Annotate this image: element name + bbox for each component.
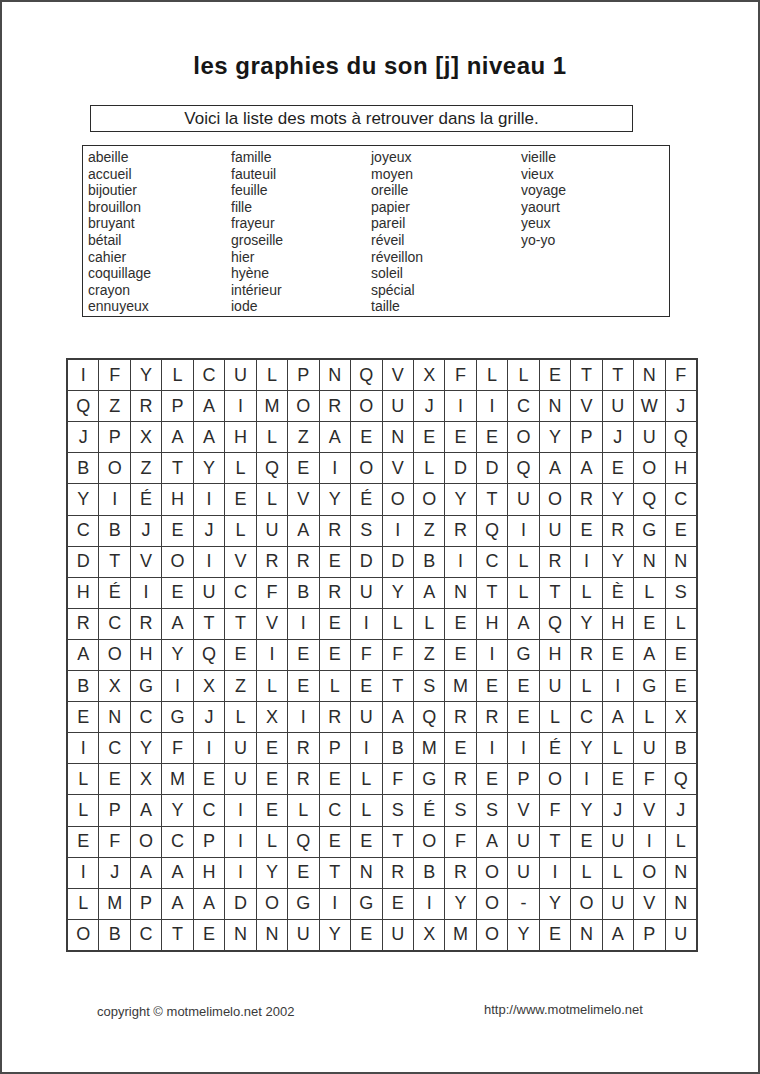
grid-cell-r15c18[interactable]: J <box>603 795 633 825</box>
grid-cell-r8c16[interactable]: T <box>540 578 570 608</box>
grid-cell-r12c19[interactable]: L <box>634 702 664 732</box>
grid-cell-r18c7[interactable]: O <box>257 889 287 919</box>
grid-cell-r16c10[interactable]: E <box>351 827 381 857</box>
grid-cell-r10c10[interactable]: F <box>351 640 381 670</box>
grid-cell-r15c2[interactable]: P <box>99 795 129 825</box>
grid-cell-r5c16[interactable]: O <box>540 484 570 514</box>
grid-cell-r2c6[interactable]: I <box>225 391 255 421</box>
grid-cell-r11c13[interactable]: M <box>445 671 475 701</box>
grid-cell-r4c5[interactable]: Y <box>194 453 224 483</box>
grid-cell-r12c8[interactable]: I <box>288 702 318 732</box>
grid-cell-r3c19[interactable]: U <box>634 422 664 452</box>
grid-cell-r2c4[interactable]: P <box>162 391 192 421</box>
grid-cell-r17c12[interactable]: B <box>414 858 444 888</box>
grid-cell-r1c14[interactable]: L <box>477 360 507 390</box>
grid-cell-r2c13[interactable]: I <box>445 391 475 421</box>
grid-cell-r3c10[interactable]: E <box>351 422 381 452</box>
grid-cell-r19c2[interactable]: B <box>99 920 129 950</box>
grid-cell-r10c11[interactable]: F <box>383 640 413 670</box>
grid-cell-r1c12[interactable]: X <box>414 360 444 390</box>
grid-cell-r5c2[interactable]: I <box>99 484 129 514</box>
grid-cell-r16c3[interactable]: O <box>131 827 161 857</box>
grid-cell-r13c5[interactable]: I <box>194 733 224 763</box>
grid-cell-r18c14[interactable]: O <box>477 889 507 919</box>
grid-cell-r17c9[interactable]: T <box>320 858 350 888</box>
grid-cell-r12c20[interactable]: X <box>666 702 696 732</box>
grid-cell-r1c9[interactable]: N <box>320 360 350 390</box>
grid-cell-r2c11[interactable]: U <box>383 391 413 421</box>
grid-cell-r13c15[interactable]: I <box>508 733 538 763</box>
grid-cell-r9c14[interactable]: H <box>477 609 507 639</box>
grid-cell-r14c7[interactable]: E <box>257 764 287 794</box>
grid-cell-r19c6[interactable]: N <box>225 920 255 950</box>
grid-cell-r1c7[interactable]: L <box>257 360 287 390</box>
grid-cell-r17c6[interactable]: I <box>225 858 255 888</box>
grid-cell-r18c19[interactable]: V <box>634 889 664 919</box>
grid-cell-r16c17[interactable]: E <box>571 827 601 857</box>
grid-cell-r14c10[interactable]: L <box>351 764 381 794</box>
grid-cell-r4c20[interactable]: H <box>666 453 696 483</box>
grid-cell-r4c3[interactable]: Z <box>131 453 161 483</box>
grid-cell-r3c18[interactable]: J <box>603 422 633 452</box>
grid-cell-r4c4[interactable]: T <box>162 453 192 483</box>
grid-cell-r11c1[interactable]: B <box>68 671 98 701</box>
grid-cell-r2c1[interactable]: Q <box>68 391 98 421</box>
grid-cell-r9c15[interactable]: A <box>508 609 538 639</box>
grid-cell-r6c11[interactable]: I <box>383 516 413 546</box>
grid-cell-r10c12[interactable]: Z <box>414 640 444 670</box>
grid-cell-r18c3[interactable]: P <box>131 889 161 919</box>
grid-cell-r4c2[interactable]: O <box>99 453 129 483</box>
grid-cell-r12c4[interactable]: G <box>162 702 192 732</box>
grid-cell-r9c5[interactable]: T <box>194 609 224 639</box>
grid-cell-r4c18[interactable]: E <box>603 453 633 483</box>
grid-cell-r5c17[interactable]: R <box>571 484 601 514</box>
grid-cell-r15c4[interactable]: Y <box>162 795 192 825</box>
grid-cell-r10c4[interactable]: Y <box>162 640 192 670</box>
grid-cell-r3c13[interactable]: E <box>445 422 475 452</box>
grid-cell-r7c17[interactable]: I <box>571 547 601 577</box>
grid-cell-r12c18[interactable]: A <box>603 702 633 732</box>
grid-cell-r3c14[interactable]: E <box>477 422 507 452</box>
grid-cell-r11c10[interactable]: E <box>351 671 381 701</box>
grid-cell-r8c17[interactable]: L <box>571 578 601 608</box>
grid-cell-r17c17[interactable]: L <box>571 858 601 888</box>
grid-cell-r5c20[interactable]: C <box>666 484 696 514</box>
grid-cell-r3c1[interactable]: J <box>68 422 98 452</box>
grid-cell-r19c17[interactable]: N <box>571 920 601 950</box>
grid-cell-r11c9[interactable]: L <box>320 671 350 701</box>
grid-cell-r5c5[interactable]: I <box>194 484 224 514</box>
grid-cell-r10c14[interactable]: I <box>477 640 507 670</box>
grid-cell-r9c18[interactable]: H <box>603 609 633 639</box>
grid-cell-r18c11[interactable]: E <box>383 889 413 919</box>
grid-cell-r15c10[interactable]: L <box>351 795 381 825</box>
grid-cell-r7c4[interactable]: O <box>162 547 192 577</box>
grid-cell-r4c11[interactable]: V <box>383 453 413 483</box>
grid-cell-r11c6[interactable]: Z <box>225 671 255 701</box>
grid-cell-r13c20[interactable]: B <box>666 733 696 763</box>
grid-cell-r11c11[interactable]: T <box>383 671 413 701</box>
grid-cell-r14c8[interactable]: R <box>288 764 318 794</box>
grid-cell-r11c4[interactable]: I <box>162 671 192 701</box>
grid-cell-r9c7[interactable]: V <box>257 609 287 639</box>
grid-cell-r17c2[interactable]: J <box>99 858 129 888</box>
grid-cell-r18c4[interactable]: A <box>162 889 192 919</box>
grid-cell-r11c12[interactable]: S <box>414 671 444 701</box>
grid-cell-r1c19[interactable]: N <box>634 360 664 390</box>
grid-cell-r9c20[interactable]: L <box>666 609 696 639</box>
grid-cell-r9c3[interactable]: R <box>131 609 161 639</box>
grid-cell-r15c12[interactable]: É <box>414 795 444 825</box>
grid-cell-r11c7[interactable]: L <box>257 671 287 701</box>
grid-cell-r15c6[interactable]: I <box>225 795 255 825</box>
grid-cell-r10c3[interactable]: H <box>131 640 161 670</box>
grid-cell-r2c7[interactable]: M <box>257 391 287 421</box>
grid-cell-r5c1[interactable]: Y <box>68 484 98 514</box>
grid-cell-r3c9[interactable]: A <box>320 422 350 452</box>
grid-cell-r6c16[interactable]: U <box>540 516 570 546</box>
grid-cell-r4c15[interactable]: Q <box>508 453 538 483</box>
grid-cell-r17c13[interactable]: R <box>445 858 475 888</box>
grid-cell-r7c18[interactable]: Y <box>603 547 633 577</box>
grid-cell-r19c15[interactable]: Y <box>508 920 538 950</box>
grid-cell-r19c19[interactable]: P <box>634 920 664 950</box>
grid-cell-r18c18[interactable]: U <box>603 889 633 919</box>
grid-cell-r4c10[interactable]: O <box>351 453 381 483</box>
grid-cell-r19c13[interactable]: M <box>445 920 475 950</box>
grid-cell-r1c11[interactable]: V <box>383 360 413 390</box>
grid-cell-r18c13[interactable]: Y <box>445 889 475 919</box>
grid-cell-r8c7[interactable]: F <box>257 578 287 608</box>
grid-cell-r3c3[interactable]: X <box>131 422 161 452</box>
grid-cell-r8c5[interactable]: U <box>194 578 224 608</box>
grid-cell-r1c2[interactable]: F <box>99 360 129 390</box>
grid-cell-r15c11[interactable]: S <box>383 795 413 825</box>
grid-cell-r9c4[interactable]: A <box>162 609 192 639</box>
grid-cell-r6c4[interactable]: E <box>162 516 192 546</box>
grid-cell-r8c2[interactable]: É <box>99 578 129 608</box>
grid-cell-r9c17[interactable]: Y <box>571 609 601 639</box>
grid-cell-r10c7[interactable]: I <box>257 640 287 670</box>
grid-cell-r10c8[interactable]: E <box>288 640 318 670</box>
grid-cell-r16c18[interactable]: U <box>603 827 633 857</box>
grid-cell-r8c10[interactable]: U <box>351 578 381 608</box>
grid-cell-r9c13[interactable]: E <box>445 609 475 639</box>
grid-cell-r9c1[interactable]: R <box>68 609 98 639</box>
grid-cell-r6c1[interactable]: C <box>68 516 98 546</box>
grid-cell-r10c9[interactable]: E <box>320 640 350 670</box>
grid-cell-r2c18[interactable]: U <box>603 391 633 421</box>
grid-cell-r19c11[interactable]: U <box>383 920 413 950</box>
grid-cell-r13c14[interactable]: I <box>477 733 507 763</box>
grid-cell-r3c4[interactable]: A <box>162 422 192 452</box>
grid-cell-r1c3[interactable]: Y <box>131 360 161 390</box>
grid-cell-r7c7[interactable]: R <box>257 547 287 577</box>
grid-cell-r1c5[interactable]: C <box>194 360 224 390</box>
grid-cell-r12c17[interactable]: C <box>571 702 601 732</box>
grid-cell-r14c17[interactable]: I <box>571 764 601 794</box>
grid-cell-r7c13[interactable]: I <box>445 547 475 577</box>
grid-cell-r14c4[interactable]: M <box>162 764 192 794</box>
grid-cell-r8c15[interactable]: L <box>508 578 538 608</box>
grid-cell-r9c2[interactable]: C <box>99 609 129 639</box>
grid-cell-r14c12[interactable]: G <box>414 764 444 794</box>
grid-cell-r12c9[interactable]: R <box>320 702 350 732</box>
grid-cell-r5c8[interactable]: V <box>288 484 318 514</box>
grid-cell-r8c19[interactable]: L <box>634 578 664 608</box>
grid-cell-r3c8[interactable]: Z <box>288 422 318 452</box>
grid-cell-r9c19[interactable]: E <box>634 609 664 639</box>
grid-cell-r10c2[interactable]: O <box>99 640 129 670</box>
grid-cell-r5c19[interactable]: Q <box>634 484 664 514</box>
grid-cell-r12c5[interactable]: J <box>194 702 224 732</box>
grid-cell-r4c7[interactable]: Q <box>257 453 287 483</box>
grid-cell-r2c2[interactable]: Z <box>99 391 129 421</box>
grid-cell-r18c2[interactable]: M <box>99 889 129 919</box>
grid-cell-r7c10[interactable]: D <box>351 547 381 577</box>
grid-cell-r13c7[interactable]: E <box>257 733 287 763</box>
grid-cell-r11c16[interactable]: U <box>540 671 570 701</box>
grid-cell-r19c20[interactable]: U <box>666 920 696 950</box>
grid-cell-r4c9[interactable]: I <box>320 453 350 483</box>
grid-cell-r13c10[interactable]: I <box>351 733 381 763</box>
grid-cell-r17c16[interactable]: I <box>540 858 570 888</box>
grid-cell-r4c13[interactable]: D <box>445 453 475 483</box>
grid-cell-r11c19[interactable]: G <box>634 671 664 701</box>
grid-cell-r6c5[interactable]: J <box>194 516 224 546</box>
grid-cell-r12c16[interactable]: L <box>540 702 570 732</box>
grid-cell-r14c5[interactable]: E <box>194 764 224 794</box>
grid-cell-r4c6[interactable]: L <box>225 453 255 483</box>
grid-cell-r6c14[interactable]: Q <box>477 516 507 546</box>
grid-cell-r13c13[interactable]: E <box>445 733 475 763</box>
grid-cell-r8c4[interactable]: E <box>162 578 192 608</box>
grid-cell-r14c2[interactable]: E <box>99 764 129 794</box>
grid-cell-r4c8[interactable]: E <box>288 453 318 483</box>
grid-cell-r4c14[interactable]: D <box>477 453 507 483</box>
grid-cell-r5c14[interactable]: T <box>477 484 507 514</box>
grid-cell-r2c8[interactable]: O <box>288 391 318 421</box>
grid-cell-r14c19[interactable]: F <box>634 764 664 794</box>
grid-cell-r3c11[interactable]: N <box>383 422 413 452</box>
grid-cell-r6c19[interactable]: G <box>634 516 664 546</box>
grid-cell-r19c5[interactable]: E <box>194 920 224 950</box>
grid-cell-r15c13[interactable]: S <box>445 795 475 825</box>
grid-cell-r10c18[interactable]: E <box>603 640 633 670</box>
grid-cell-r19c10[interactable]: E <box>351 920 381 950</box>
grid-cell-r6c10[interactable]: S <box>351 516 381 546</box>
grid-cell-r13c18[interactable]: L <box>603 733 633 763</box>
grid-cell-r6c13[interactable]: R <box>445 516 475 546</box>
grid-cell-r7c15[interactable]: L <box>508 547 538 577</box>
grid-cell-r19c12[interactable]: X <box>414 920 444 950</box>
grid-cell-r11c3[interactable]: G <box>131 671 161 701</box>
grid-cell-r7c14[interactable]: C <box>477 547 507 577</box>
grid-cell-r3c2[interactable]: P <box>99 422 129 452</box>
grid-cell-r11c5[interactable]: X <box>194 671 224 701</box>
grid-cell-r9c8[interactable]: I <box>288 609 318 639</box>
grid-cell-r7c8[interactable]: R <box>288 547 318 577</box>
grid-cell-r6c12[interactable]: Z <box>414 516 444 546</box>
grid-cell-r13c17[interactable]: Y <box>571 733 601 763</box>
grid-cell-r8c6[interactable]: C <box>225 578 255 608</box>
grid-cell-r16c19[interactable]: I <box>634 827 664 857</box>
grid-cell-r8c12[interactable]: A <box>414 578 444 608</box>
grid-cell-r7c1[interactable]: D <box>68 547 98 577</box>
grid-cell-r4c16[interactable]: A <box>540 453 570 483</box>
grid-cell-r5c10[interactable]: É <box>351 484 381 514</box>
grid-cell-r18c20[interactable]: N <box>666 889 696 919</box>
grid-cell-r12c6[interactable]: L <box>225 702 255 732</box>
grid-cell-r2c10[interactable]: O <box>351 391 381 421</box>
grid-cell-r8c9[interactable]: R <box>320 578 350 608</box>
grid-cell-r9c6[interactable]: T <box>225 609 255 639</box>
grid-cell-r4c19[interactable]: O <box>634 453 664 483</box>
grid-cell-r13c11[interactable]: B <box>383 733 413 763</box>
grid-cell-r12c12[interactable]: Q <box>414 702 444 732</box>
grid-cell-r8c13[interactable]: N <box>445 578 475 608</box>
grid-cell-r1c18[interactable]: T <box>603 360 633 390</box>
grid-cell-r12c10[interactable]: U <box>351 702 381 732</box>
grid-cell-r19c7[interactable]: N <box>257 920 287 950</box>
grid-cell-r4c1[interactable]: B <box>68 453 98 483</box>
grid-cell-r18c6[interactable]: D <box>225 889 255 919</box>
grid-cell-r15c9[interactable]: C <box>320 795 350 825</box>
grid-cell-r14c14[interactable]: E <box>477 764 507 794</box>
grid-cell-r7c11[interactable]: D <box>383 547 413 577</box>
grid-cell-r6c6[interactable]: L <box>225 516 255 546</box>
grid-cell-r16c16[interactable]: T <box>540 827 570 857</box>
grid-cell-r14c11[interactable]: F <box>383 764 413 794</box>
grid-cell-r6c8[interactable]: A <box>288 516 318 546</box>
grid-cell-r6c3[interactable]: J <box>131 516 161 546</box>
grid-cell-r7c20[interactable]: N <box>666 547 696 577</box>
grid-cell-r13c2[interactable]: C <box>99 733 129 763</box>
grid-cell-r3c17[interactable]: P <box>571 422 601 452</box>
grid-cell-r14c18[interactable]: E <box>603 764 633 794</box>
grid-cell-r1c20[interactable]: F <box>666 360 696 390</box>
grid-cell-r8c18[interactable]: È <box>603 578 633 608</box>
grid-cell-r7c12[interactable]: B <box>414 547 444 577</box>
grid-cell-r15c20[interactable]: J <box>666 795 696 825</box>
grid-cell-r16c20[interactable]: L <box>666 827 696 857</box>
grid-cell-r18c17[interactable]: O <box>571 889 601 919</box>
grid-cell-r19c4[interactable]: T <box>162 920 192 950</box>
grid-cell-r13c3[interactable]: Y <box>131 733 161 763</box>
grid-cell-r2c5[interactable]: A <box>194 391 224 421</box>
grid-cell-r12c13[interactable]: R <box>445 702 475 732</box>
grid-cell-r6c9[interactable]: R <box>320 516 350 546</box>
grid-cell-r5c4[interactable]: H <box>162 484 192 514</box>
grid-cell-r11c17[interactable]: L <box>571 671 601 701</box>
grid-cell-r12c2[interactable]: N <box>99 702 129 732</box>
grid-cell-r18c15[interactable]: - <box>508 889 538 919</box>
grid-cell-r10c16[interactable]: H <box>540 640 570 670</box>
grid-cell-r11c15[interactable]: E <box>508 671 538 701</box>
grid-cell-r15c14[interactable]: S <box>477 795 507 825</box>
grid-cell-r19c8[interactable]: U <box>288 920 318 950</box>
grid-cell-r12c14[interactable]: R <box>477 702 507 732</box>
grid-cell-r17c18[interactable]: L <box>603 858 633 888</box>
grid-cell-r17c15[interactable]: U <box>508 858 538 888</box>
grid-cell-r2c14[interactable]: I <box>477 391 507 421</box>
grid-cell-r17c4[interactable]: A <box>162 858 192 888</box>
grid-cell-r13c6[interactable]: U <box>225 733 255 763</box>
grid-cell-r11c14[interactable]: E <box>477 671 507 701</box>
grid-cell-r13c19[interactable]: U <box>634 733 664 763</box>
grid-cell-r18c12[interactable]: I <box>414 889 444 919</box>
grid-cell-r3c20[interactable]: Q <box>666 422 696 452</box>
grid-cell-r16c6[interactable]: I <box>225 827 255 857</box>
grid-cell-r17c10[interactable]: N <box>351 858 381 888</box>
grid-cell-r7c2[interactable]: T <box>99 547 129 577</box>
grid-cell-r5c6[interactable]: E <box>225 484 255 514</box>
grid-cell-r4c17[interactable]: A <box>571 453 601 483</box>
grid-cell-r17c20[interactable]: N <box>666 858 696 888</box>
grid-cell-r17c3[interactable]: A <box>131 858 161 888</box>
grid-cell-r17c7[interactable]: Y <box>257 858 287 888</box>
grid-cell-r12c7[interactable]: X <box>257 702 287 732</box>
grid-cell-r16c9[interactable]: E <box>320 827 350 857</box>
grid-cell-r2c17[interactable]: V <box>571 391 601 421</box>
grid-cell-r1c15[interactable]: L <box>508 360 538 390</box>
grid-cell-r9c9[interactable]: E <box>320 609 350 639</box>
grid-cell-r13c12[interactable]: M <box>414 733 444 763</box>
grid-cell-r5c12[interactable]: O <box>414 484 444 514</box>
grid-cell-r16c4[interactable]: C <box>162 827 192 857</box>
grid-cell-r18c1[interactable]: L <box>68 889 98 919</box>
grid-cell-r18c8[interactable]: G <box>288 889 318 919</box>
grid-cell-r2c9[interactable]: R <box>320 391 350 421</box>
grid-cell-r18c10[interactable]: G <box>351 889 381 919</box>
grid-cell-r3c5[interactable]: A <box>194 422 224 452</box>
grid-cell-r7c5[interactable]: I <box>194 547 224 577</box>
grid-cell-r16c5[interactable]: P <box>194 827 224 857</box>
grid-cell-r5c9[interactable]: Y <box>320 484 350 514</box>
grid-cell-r15c3[interactable]: A <box>131 795 161 825</box>
grid-cell-r9c12[interactable]: L <box>414 609 444 639</box>
grid-cell-r10c13[interactable]: E <box>445 640 475 670</box>
grid-cell-r11c20[interactable]: E <box>666 671 696 701</box>
grid-cell-r8c3[interactable]: I <box>131 578 161 608</box>
grid-cell-r19c18[interactable]: A <box>603 920 633 950</box>
grid-cell-r5c7[interactable]: L <box>257 484 287 514</box>
grid-cell-r1c10[interactable]: Q <box>351 360 381 390</box>
grid-cell-r16c12[interactable]: O <box>414 827 444 857</box>
grid-cell-r9c10[interactable]: I <box>351 609 381 639</box>
grid-cell-r7c16[interactable]: R <box>540 547 570 577</box>
grid-cell-r13c8[interactable]: R <box>288 733 318 763</box>
grid-cell-r7c19[interactable]: N <box>634 547 664 577</box>
grid-cell-r10c20[interactable]: E <box>666 640 696 670</box>
grid-cell-r1c8[interactable]: P <box>288 360 318 390</box>
grid-cell-r15c17[interactable]: Y <box>571 795 601 825</box>
grid-cell-r14c9[interactable]: E <box>320 764 350 794</box>
grid-cell-r1c13[interactable]: F <box>445 360 475 390</box>
grid-cell-r1c16[interactable]: E <box>540 360 570 390</box>
grid-cell-r12c3[interactable]: C <box>131 702 161 732</box>
grid-cell-r15c16[interactable]: F <box>540 795 570 825</box>
grid-cell-r17c19[interactable]: O <box>634 858 664 888</box>
grid-cell-r17c14[interactable]: O <box>477 858 507 888</box>
grid-cell-r12c15[interactable]: E <box>508 702 538 732</box>
grid-cell-r8c11[interactable]: Y <box>383 578 413 608</box>
grid-cell-r15c15[interactable]: V <box>508 795 538 825</box>
grid-cell-r18c5[interactable]: A <box>194 889 224 919</box>
grid-cell-r7c9[interactable]: E <box>320 547 350 577</box>
grid-cell-r1c6[interactable]: U <box>225 360 255 390</box>
